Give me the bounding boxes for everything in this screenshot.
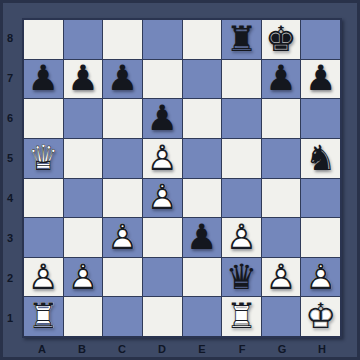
rank-label-5: 5 — [0, 138, 20, 178]
black-king: ♚ — [262, 20, 301, 59]
square-g7[interactable]: ♟ — [262, 60, 301, 99]
square-g1[interactable] — [262, 297, 301, 336]
square-f8[interactable]: ♜ — [222, 20, 261, 59]
file-label-e: E — [182, 339, 222, 358]
white-pawn: ♟♙ — [222, 218, 261, 257]
square-a2[interactable]: ♟♙ — [24, 258, 63, 297]
file-label-c: C — [102, 339, 142, 358]
black-queen: ♛ — [222, 258, 261, 297]
square-b1[interactable] — [64, 297, 103, 336]
black-pawn: ♟ — [301, 60, 340, 99]
chess-board: ♜♚♟♟♟♟♟♟♛♕♟♙♞♟♙♟♙♟♟♙♟♙♟♙♛♟♙♟♙♜♖♜♖♚♔ — [22, 18, 342, 338]
black-knight: ♞ — [301, 139, 340, 178]
white-rook: ♜♖ — [24, 297, 63, 336]
square-g5[interactable] — [262, 139, 301, 178]
square-b6[interactable] — [64, 99, 103, 138]
square-d6[interactable]: ♟ — [143, 99, 182, 138]
square-h7[interactable]: ♟ — [301, 60, 340, 99]
square-f4[interactable] — [222, 179, 261, 218]
square-g6[interactable] — [262, 99, 301, 138]
square-c1[interactable] — [103, 297, 142, 336]
white-pawn: ♟♙ — [143, 139, 182, 178]
square-c6[interactable] — [103, 99, 142, 138]
white-pawn: ♟♙ — [64, 258, 103, 297]
white-pawn: ♟♙ — [103, 218, 142, 257]
white-king: ♚♔ — [301, 297, 340, 336]
rank-label-1: 1 — [0, 298, 20, 338]
square-f1[interactable]: ♜♖ — [222, 297, 261, 336]
square-b5[interactable] — [64, 139, 103, 178]
square-e8[interactable] — [183, 20, 222, 59]
square-b7[interactable]: ♟ — [64, 60, 103, 99]
square-c3[interactable]: ♟♙ — [103, 218, 142, 257]
square-b3[interactable] — [64, 218, 103, 257]
rank-label-7: 7 — [0, 58, 20, 98]
square-h8[interactable] — [301, 20, 340, 59]
square-b4[interactable] — [64, 179, 103, 218]
square-h2[interactable]: ♟♙ — [301, 258, 340, 297]
square-d5[interactable]: ♟♙ — [143, 139, 182, 178]
square-g4[interactable] — [262, 179, 301, 218]
white-pawn: ♟♙ — [143, 179, 182, 218]
white-rook: ♜♖ — [222, 297, 261, 336]
square-g8[interactable]: ♚ — [262, 20, 301, 59]
square-e1[interactable] — [183, 297, 222, 336]
black-pawn: ♟ — [262, 60, 301, 99]
black-pawn: ♟ — [183, 218, 222, 257]
square-h3[interactable] — [301, 218, 340, 257]
square-b2[interactable]: ♟♙ — [64, 258, 103, 297]
file-label-b: B — [62, 339, 102, 358]
rank-label-3: 3 — [0, 218, 20, 258]
square-e2[interactable] — [183, 258, 222, 297]
square-e5[interactable] — [183, 139, 222, 178]
square-c7[interactable]: ♟ — [103, 60, 142, 99]
file-label-g: G — [262, 339, 302, 358]
square-c4[interactable] — [103, 179, 142, 218]
square-h1[interactable]: ♚♔ — [301, 297, 340, 336]
white-pawn: ♟♙ — [24, 258, 63, 297]
square-f7[interactable] — [222, 60, 261, 99]
square-e6[interactable] — [183, 99, 222, 138]
white-pawn: ♟♙ — [262, 258, 301, 297]
square-a5[interactable]: ♛♕ — [24, 139, 63, 178]
square-g2[interactable]: ♟♙ — [262, 258, 301, 297]
square-b8[interactable] — [64, 20, 103, 59]
file-labels: ABCDEFGH — [22, 339, 342, 358]
square-e4[interactable] — [183, 179, 222, 218]
black-pawn: ♟ — [143, 99, 182, 138]
square-c8[interactable] — [103, 20, 142, 59]
square-d7[interactable] — [143, 60, 182, 99]
rank-label-4: 4 — [0, 178, 20, 218]
square-h6[interactable] — [301, 99, 340, 138]
square-f6[interactable] — [222, 99, 261, 138]
rank-label-6: 6 — [0, 98, 20, 138]
file-label-a: A — [22, 339, 62, 358]
square-a7[interactable]: ♟ — [24, 60, 63, 99]
square-d4[interactable]: ♟♙ — [143, 179, 182, 218]
black-pawn: ♟ — [64, 60, 103, 99]
square-a8[interactable] — [24, 20, 63, 59]
square-a6[interactable] — [24, 99, 63, 138]
white-pawn: ♟♙ — [301, 258, 340, 297]
square-c5[interactable] — [103, 139, 142, 178]
square-g3[interactable] — [262, 218, 301, 257]
square-f2[interactable]: ♛ — [222, 258, 261, 297]
square-a1[interactable]: ♜♖ — [24, 297, 63, 336]
square-f3[interactable]: ♟♙ — [222, 218, 261, 257]
square-d2[interactable] — [143, 258, 182, 297]
square-e3[interactable]: ♟ — [183, 218, 222, 257]
square-e7[interactable] — [183, 60, 222, 99]
square-h4[interactable] — [301, 179, 340, 218]
rank-label-2: 2 — [0, 258, 20, 298]
black-rook: ♜ — [222, 20, 261, 59]
square-d1[interactable] — [143, 297, 182, 336]
rank-label-8: 8 — [0, 18, 20, 58]
black-pawn: ♟ — [24, 60, 63, 99]
square-d8[interactable] — [143, 20, 182, 59]
square-h5[interactable]: ♞ — [301, 139, 340, 178]
file-label-h: H — [302, 339, 342, 358]
file-label-d: D — [142, 339, 182, 358]
square-d3[interactable] — [143, 218, 182, 257]
square-c2[interactable] — [103, 258, 142, 297]
square-a4[interactable] — [24, 179, 63, 218]
square-f5[interactable] — [222, 139, 261, 178]
black-pawn: ♟ — [103, 60, 142, 99]
rank-labels: 87654321 — [0, 18, 20, 338]
square-a3[interactable] — [24, 218, 63, 257]
chess-app-frame: 87654321 ♜♚♟♟♟♟♟♟♛♕♟♙♞♟♙♟♙♟♟♙♟♙♟♙♛♟♙♟♙♜♖… — [0, 0, 360, 360]
file-label-f: F — [222, 339, 262, 358]
white-queen: ♛♕ — [24, 139, 63, 178]
